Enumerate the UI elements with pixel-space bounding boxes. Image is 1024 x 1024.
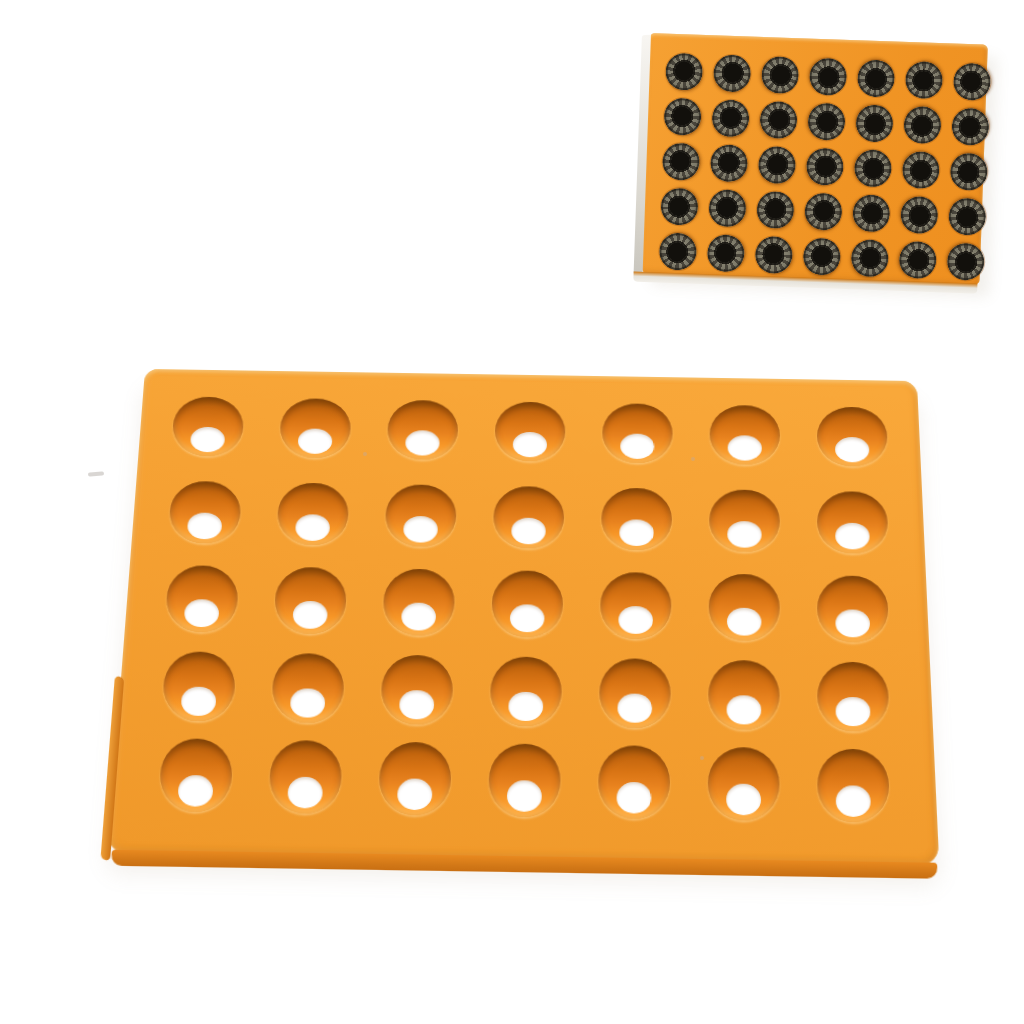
hole-row [143,642,920,742]
tray-hole [599,572,671,639]
collet [703,231,748,276]
product-photo [0,0,1024,1024]
collet [850,193,891,234]
collet [942,238,989,285]
tray-hole [600,487,671,551]
tray-hole [165,565,238,632]
tray-hole [708,660,780,731]
tray-hole [171,396,243,456]
tray-hole [488,743,561,817]
collet [798,233,845,280]
tray-hole [271,653,344,724]
tray-hole [276,482,348,546]
empty-collet-tray [145,375,917,832]
tray-hole [598,658,670,729]
collet [753,95,802,144]
tray-hole [158,738,232,812]
dust-speck [363,452,367,456]
tray-hole [382,569,454,636]
hole-row [139,729,920,830]
tray-hole [494,402,565,462]
collet [893,236,942,285]
tray-hole [817,748,889,822]
tray-hole [817,576,888,643]
hole-grid [127,369,920,850]
tray-hole [162,651,236,722]
collet [755,191,794,230]
tray-hole [816,407,886,467]
collet-grid [642,33,988,285]
collet [652,226,703,277]
collet [657,92,707,142]
collet [846,142,898,194]
collet [660,188,698,226]
collet [850,99,898,147]
collet [897,100,946,149]
collet [797,186,849,238]
hole-row [146,555,919,654]
collet [759,55,800,96]
collet [845,234,894,283]
tray-hole [491,570,563,637]
inset-tray-with-collets [642,33,988,285]
tray-hole [597,744,669,818]
collet [900,150,940,190]
collet [751,139,802,190]
tray-hole [707,746,779,820]
collet [665,53,703,91]
dust-speck [691,457,695,461]
collet [802,98,850,146]
tray-hole [168,480,241,544]
tray-hole [279,398,351,458]
hole-row [149,468,918,566]
collet [945,195,988,238]
tray-hole [268,739,342,813]
collet [707,95,754,142]
tray-hole [601,403,672,463]
collet [854,57,897,100]
collet [802,51,854,103]
tray-hole [492,486,564,550]
tray-hole [709,405,779,465]
collet [803,146,845,188]
tray-hole [274,567,347,634]
tray-hole [817,661,888,732]
collet [748,230,798,280]
tray-hole [489,656,561,727]
collet [893,189,945,241]
collet [942,146,994,198]
background-smudge [88,471,104,476]
dust-speck [700,756,704,760]
collet [701,182,753,234]
tray-hole [386,400,458,460]
collet [949,59,994,104]
page-background: { "scene": { "type": "product-photo", "d… [0,0,1024,1024]
tray-hole [817,491,888,555]
tray-hole [384,484,456,548]
collet [898,54,949,105]
tray-hole [709,489,780,553]
collet [706,47,758,99]
collet [706,141,750,185]
hole-row [152,383,917,480]
tray-hole [378,741,451,815]
tray-hole [708,574,779,641]
collet [947,104,993,150]
collet [655,136,706,187]
tray-hole [380,654,453,725]
